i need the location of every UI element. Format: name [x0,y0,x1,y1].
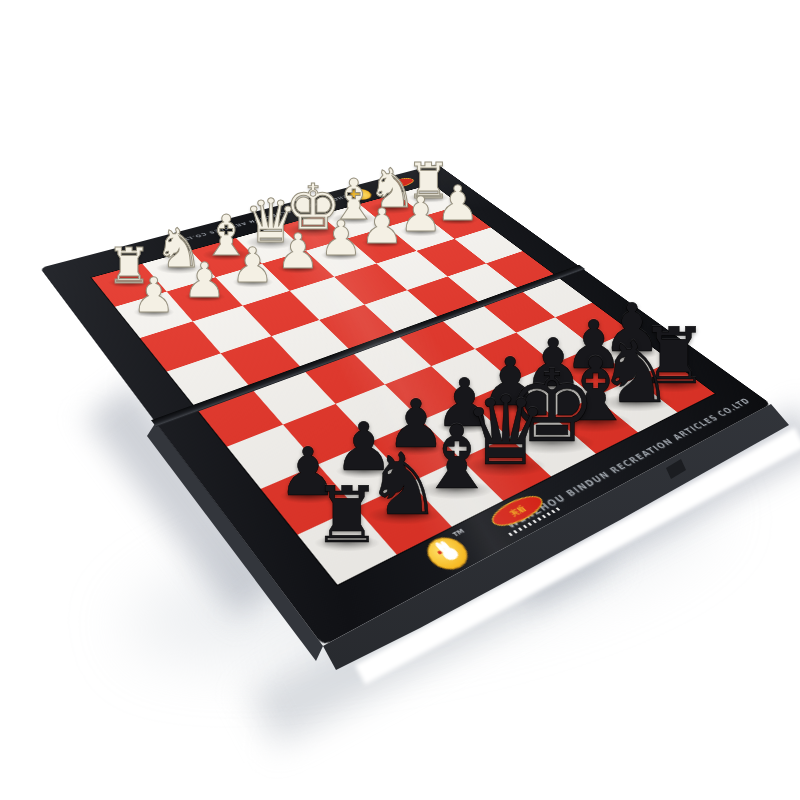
trademark-symbol: TM [451,528,466,538]
rabbit-logo-badge-far [346,187,376,202]
brand-oval-text-far: 宾盾 [392,181,405,187]
brand-oval-text: 宾盾 [507,503,528,518]
chess-board: WENZHOU BINDUN RECREATION ARTICLES CO.LT… [40,164,771,646]
product-photo-stage: WENZHOU BINDUN RECREATION ARTICLES CO.LT… [0,0,800,800]
rabbit-icon [430,540,461,565]
